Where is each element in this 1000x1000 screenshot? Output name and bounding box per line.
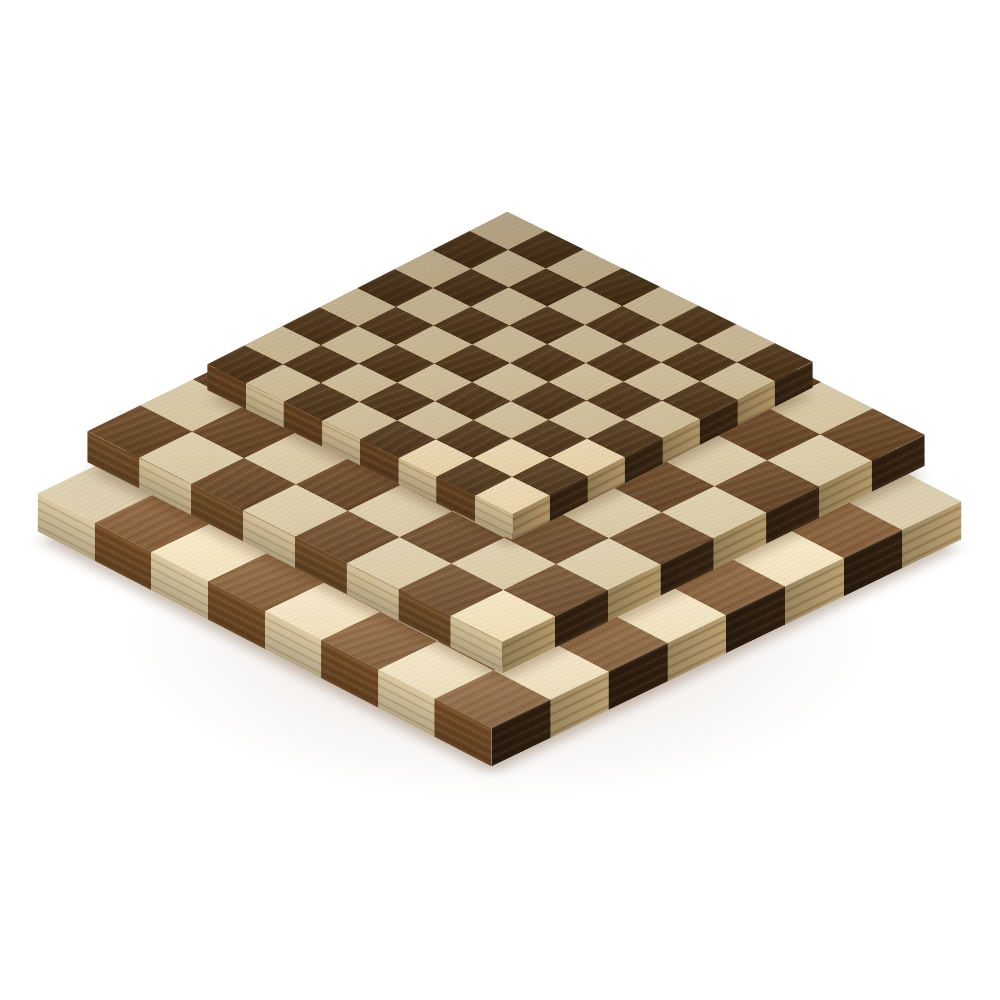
square-top-r5c6 — [511, 420, 587, 458]
square-top-r6c2 — [321, 364, 397, 402]
square-top-r5c4 — [435, 382, 511, 420]
square-top-r6c6 — [474, 439, 550, 477]
square-top-r4c5 — [511, 382, 587, 420]
square-top-r3c5 — [548, 363, 624, 401]
square-top-r6c3 — [359, 382, 435, 420]
square-middle-r6c6 — [451, 538, 556, 590]
square-top-r5c3 — [397, 363, 473, 401]
square-top-r2c6 — [624, 362, 700, 400]
square-top-r3c6 — [586, 381, 662, 419]
square-top-r4c4 — [473, 363, 549, 401]
scene — [0, 0, 1000, 1000]
square-top-r6c5 — [436, 420, 512, 458]
square-top-r4c6 — [549, 400, 625, 438]
square-top-r6c4 — [398, 401, 474, 439]
square-top-r5c5 — [473, 401, 549, 439]
